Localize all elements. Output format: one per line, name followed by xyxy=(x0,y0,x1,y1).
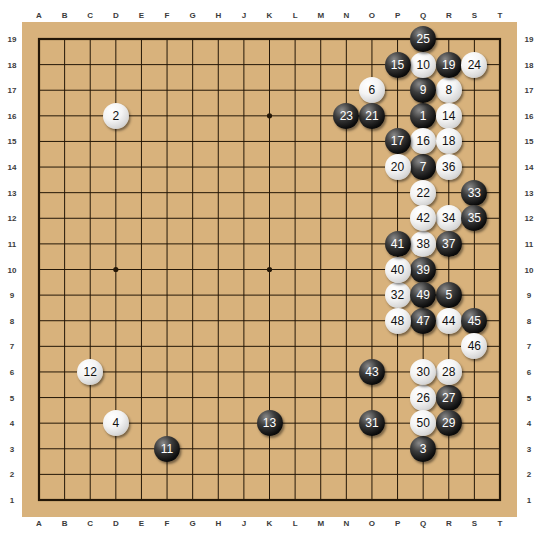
row-label-left: 10 xyxy=(8,265,17,274)
column-label-top: H xyxy=(215,11,221,20)
stone-white-46[interactable]: 46 xyxy=(461,333,487,359)
stone-white-2[interactable]: 2 xyxy=(103,103,129,129)
column-label-bottom: B xyxy=(62,519,68,528)
column-label-top: L xyxy=(293,11,298,20)
column-label-bottom: E xyxy=(139,519,144,528)
row-label-right: 15 xyxy=(525,137,534,146)
stone-white-26[interactable]: 26 xyxy=(410,385,436,411)
stone-black-11[interactable]: 11 xyxy=(154,436,180,462)
stone-black-27[interactable]: 27 xyxy=(436,385,462,411)
row-label-left: 12 xyxy=(8,214,17,223)
stone-white-22[interactable]: 22 xyxy=(410,180,436,206)
row-label-right: 1 xyxy=(527,496,531,505)
column-label-top: S xyxy=(472,11,477,20)
stone-black-39[interactable]: 39 xyxy=(410,257,436,283)
column-label-top: E xyxy=(139,11,144,20)
stone-white-10[interactable]: 10 xyxy=(410,52,436,78)
row-label-left: 2 xyxy=(10,470,14,479)
row-label-right: 3 xyxy=(527,444,531,453)
stone-white-44[interactable]: 44 xyxy=(436,308,462,334)
stone-white-16[interactable]: 16 xyxy=(410,128,436,154)
stone-white-4[interactable]: 4 xyxy=(103,410,129,436)
stone-white-30[interactable]: 30 xyxy=(410,359,436,385)
stone-black-37[interactable]: 37 xyxy=(436,231,462,257)
column-label-top: G xyxy=(190,11,196,20)
stone-black-9[interactable]: 9 xyxy=(410,77,436,103)
stone-black-21[interactable]: 21 xyxy=(359,103,385,129)
stone-black-17[interactable]: 17 xyxy=(385,128,411,154)
hoshi-point xyxy=(267,267,272,272)
stone-white-28[interactable]: 28 xyxy=(436,359,462,385)
column-label-bottom: P xyxy=(395,519,400,528)
column-label-bottom: R xyxy=(446,519,452,528)
stone-white-32[interactable]: 32 xyxy=(385,282,411,308)
stone-black-5[interactable]: 5 xyxy=(436,282,462,308)
stone-black-41[interactable]: 41 xyxy=(385,231,411,257)
row-label-left: 6 xyxy=(10,367,14,376)
stone-black-47[interactable]: 47 xyxy=(410,308,436,334)
column-label-bottom: F xyxy=(165,519,170,528)
column-label-top: K xyxy=(267,11,273,20)
stone-white-36[interactable]: 36 xyxy=(436,154,462,180)
row-label-left: 19 xyxy=(8,35,17,44)
stone-white-6[interactable]: 6 xyxy=(359,77,385,103)
column-label-top: F xyxy=(165,11,170,20)
row-label-right: 12 xyxy=(525,214,534,223)
hoshi-point xyxy=(267,113,272,118)
stone-black-31[interactable]: 31 xyxy=(359,410,385,436)
stone-black-43[interactable]: 43 xyxy=(359,359,385,385)
stone-black-45[interactable]: 45 xyxy=(461,308,487,334)
stone-white-8[interactable]: 8 xyxy=(436,77,462,103)
column-label-top: D xyxy=(113,11,119,20)
stone-white-34[interactable]: 34 xyxy=(436,205,462,231)
stone-white-12[interactable]: 12 xyxy=(77,359,103,385)
stone-black-19[interactable]: 19 xyxy=(436,52,462,78)
column-label-top: R xyxy=(446,11,452,20)
row-label-left: 9 xyxy=(10,291,14,300)
column-label-top: C xyxy=(87,11,93,20)
stone-black-35[interactable]: 35 xyxy=(461,205,487,231)
row-label-right: 11 xyxy=(525,239,533,248)
stone-black-1[interactable]: 1 xyxy=(410,103,436,129)
row-label-right: 7 xyxy=(527,342,531,351)
column-label-bottom: S xyxy=(472,519,477,528)
row-label-right: 17 xyxy=(525,86,534,95)
column-label-bottom: M xyxy=(317,519,324,528)
row-label-right: 8 xyxy=(527,316,531,325)
row-label-right: 4 xyxy=(527,419,531,428)
stone-black-15[interactable]: 15 xyxy=(385,52,411,78)
column-label-bottom: H xyxy=(215,519,221,528)
row-label-left: 16 xyxy=(8,111,17,120)
hoshi-point xyxy=(113,267,118,272)
stone-white-40[interactable]: 40 xyxy=(385,257,411,283)
stone-black-25[interactable]: 25 xyxy=(410,26,436,52)
column-label-top: B xyxy=(62,11,68,20)
row-label-left: 17 xyxy=(8,86,17,95)
row-label-right: 16 xyxy=(525,111,534,120)
stone-black-13[interactable]: 13 xyxy=(257,410,283,436)
column-label-bottom: K xyxy=(267,519,273,528)
stone-white-42[interactable]: 42 xyxy=(410,205,436,231)
column-label-top: O xyxy=(369,11,375,20)
row-label-left: 14 xyxy=(8,163,17,172)
row-label-right: 5 xyxy=(527,393,531,402)
row-label-right: 2 xyxy=(527,470,531,479)
row-label-right: 18 xyxy=(525,60,534,69)
row-label-left: 5 xyxy=(10,393,14,402)
column-label-bottom: O xyxy=(369,519,375,528)
column-label-top: J xyxy=(242,11,246,20)
row-label-right: 9 xyxy=(527,291,531,300)
stone-black-33[interactable]: 33 xyxy=(461,180,487,206)
row-label-left: 13 xyxy=(8,188,17,197)
row-label-right: 6 xyxy=(527,367,531,376)
stone-black-23[interactable]: 23 xyxy=(333,103,359,129)
row-label-left: 7 xyxy=(10,342,14,351)
go-diagram-page: AABBCCDDEEFFGGHHJJKKLLMMNNOOPPQQRRSSTT19… xyxy=(0,0,540,540)
column-label-bottom: Q xyxy=(420,519,426,528)
row-label-right: 14 xyxy=(525,163,534,172)
stone-white-38[interactable]: 38 xyxy=(410,231,436,257)
column-label-bottom: A xyxy=(36,519,42,528)
stone-white-14[interactable]: 14 xyxy=(436,103,462,129)
stone-white-50[interactable]: 50 xyxy=(410,410,436,436)
row-label-left: 8 xyxy=(10,316,14,325)
stone-black-49[interactable]: 49 xyxy=(410,282,436,308)
column-label-bottom: C xyxy=(87,519,93,528)
column-label-bottom: J xyxy=(242,519,246,528)
column-label-bottom: D xyxy=(113,519,119,528)
column-label-bottom: L xyxy=(293,519,298,528)
column-label-top: A xyxy=(36,11,42,20)
column-label-top: Q xyxy=(420,11,426,20)
row-label-left: 15 xyxy=(8,137,17,146)
stone-black-29[interactable]: 29 xyxy=(436,410,462,436)
column-label-top: M xyxy=(317,11,324,20)
stone-white-48[interactable]: 48 xyxy=(385,308,411,334)
stone-black-7[interactable]: 7 xyxy=(410,154,436,180)
column-label-top: N xyxy=(343,11,349,20)
stone-black-3[interactable]: 3 xyxy=(410,436,436,462)
row-label-left: 1 xyxy=(10,496,14,505)
stone-white-18[interactable]: 18 xyxy=(436,128,462,154)
column-label-top: T xyxy=(498,11,503,20)
row-label-left: 3 xyxy=(10,444,14,453)
stone-white-20[interactable]: 20 xyxy=(385,154,411,180)
row-label-left: 11 xyxy=(8,239,16,248)
row-label-left: 18 xyxy=(8,60,17,69)
row-label-right: 13 xyxy=(525,188,534,197)
row-label-right: 19 xyxy=(525,35,534,44)
column-label-top: P xyxy=(395,11,400,20)
column-label-bottom: G xyxy=(190,519,196,528)
stone-white-24[interactable]: 24 xyxy=(461,52,487,78)
row-label-left: 4 xyxy=(10,419,14,428)
row-label-right: 10 xyxy=(525,265,534,274)
column-label-bottom: N xyxy=(343,519,349,528)
column-label-bottom: T xyxy=(498,519,503,528)
